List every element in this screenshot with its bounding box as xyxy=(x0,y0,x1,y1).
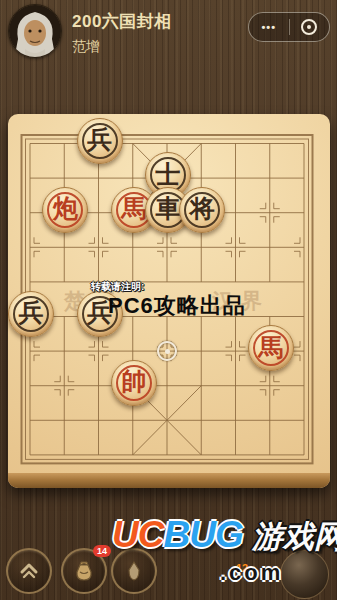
coin-badge: 14 xyxy=(93,545,111,557)
piece-glyph: 将 xyxy=(190,196,215,221)
ellipsis-icon: ••• xyxy=(261,13,276,41)
watermark-source: PC6攻略出品 xyxy=(108,291,246,321)
logo-bug: BUG xyxy=(163,514,242,555)
close-minimize-button[interactable] xyxy=(290,13,330,41)
logo-site-name: 游戏网 xyxy=(252,519,337,554)
xiangqi-piece-帥[interactable]: 帥 xyxy=(111,360,157,406)
piece-glyph: 馬 xyxy=(258,335,283,360)
piece-glyph: 馬 xyxy=(121,196,146,221)
logo-uc: UC xyxy=(112,514,163,555)
app-screen: 200六国封相 范增 ••• 楚河 汉界 兵士炮馬車将兵兵馬帥 转载请注明: P… xyxy=(0,0,337,600)
xiangqi-piece-将[interactable]: 将 xyxy=(179,187,225,233)
piece-glyph: 士 xyxy=(156,162,181,187)
logo-tld: .com xyxy=(220,560,283,586)
target-circle-icon xyxy=(301,19,317,35)
stage-character-avatar xyxy=(8,4,62,58)
xiangqi-piece-兵[interactable]: 兵 xyxy=(77,118,123,164)
stage-character-name: 范增 xyxy=(72,38,172,56)
piece-glyph: 車 xyxy=(156,196,181,221)
collapse-panel-button[interactable] xyxy=(6,548,52,594)
piece-glyph: 兵 xyxy=(87,127,112,152)
chevron-up-icon xyxy=(16,558,42,584)
piece-glyph: 帥 xyxy=(121,369,146,394)
xiangqi-piece-馬[interactable]: 馬 xyxy=(248,325,294,371)
more-options-button[interactable]: ••• xyxy=(249,13,289,41)
level-title: 200六国封相 xyxy=(72,10,172,33)
coin-bag-button[interactable]: 14 xyxy=(61,548,107,594)
old-man-portrait-icon xyxy=(9,5,61,57)
money-bag-icon xyxy=(71,558,97,584)
piece-glyph: 炮 xyxy=(53,196,78,221)
wechat-capsule: ••• xyxy=(248,12,330,42)
xiangqi-piece-兵[interactable]: 兵 xyxy=(8,291,54,337)
xiangqi-piece-炮[interactable]: 炮 xyxy=(42,187,88,233)
board-bevel xyxy=(8,473,330,488)
target-cursor-icon xyxy=(157,341,177,361)
header: 200六国封相 范增 ••• xyxy=(0,0,337,62)
ucbug-logo: UCBUG 游戏网 .com xyxy=(112,514,337,598)
piece-glyph: 兵 xyxy=(19,300,44,325)
